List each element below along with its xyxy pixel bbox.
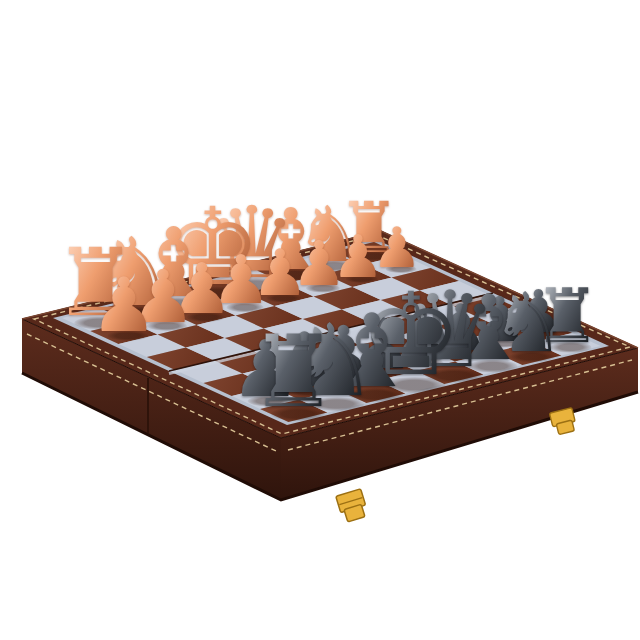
piece-glyph: ♟ [90, 268, 157, 343]
pieces-layer: ♜♞♝♚♛♝♞♜♟♟♟♟♟♟♟♟♟♟♟♟♟♟♟♟♜♞♝♚♛♝♞♜ [0, 0, 640, 640]
chess-set-product-photo: ♜♞♝♚♛♝♞♜♟♟♟♟♟♟♟♟♟♟♟♟♟♟♟♟♜♞♝♚♛♝♞♜ [0, 0, 640, 640]
piece-glyph: ♜ [249, 322, 338, 421]
